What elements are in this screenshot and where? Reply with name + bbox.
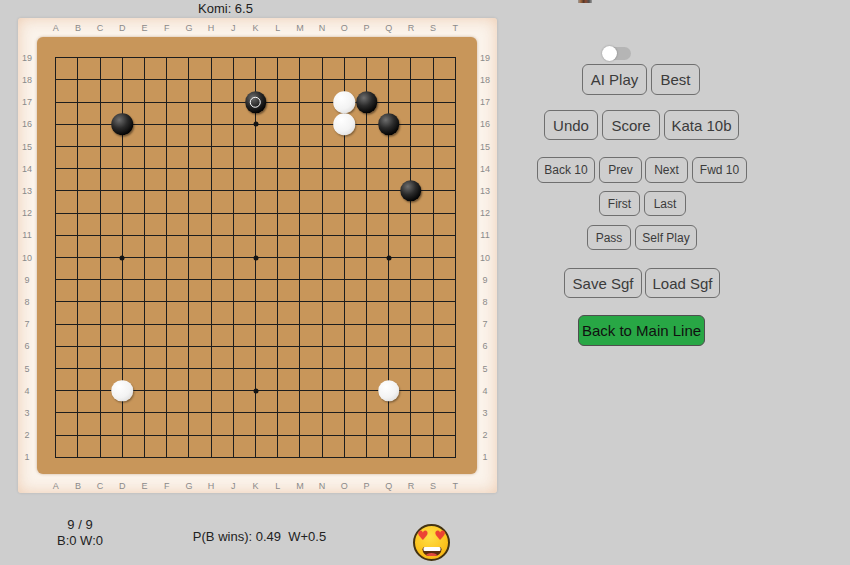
row-label-right: 9: [477, 274, 493, 286]
column-label-top: M: [292, 22, 308, 34]
column-label-bottom: J: [225, 480, 241, 492]
row-label-right: 13: [477, 185, 493, 197]
column-label-bottom: C: [92, 480, 108, 492]
back-10-button[interactable]: Back 10: [537, 157, 595, 183]
column-label-top: F: [159, 22, 175, 34]
column-label-top: H: [203, 22, 219, 34]
heart-eye-right-icon: ♥: [434, 529, 446, 542]
column-label-bottom: K: [248, 480, 264, 492]
star-point: [386, 255, 391, 260]
column-label-bottom: R: [403, 480, 419, 492]
column-label-bottom: G: [181, 480, 197, 492]
clipped-emoji-top: [578, 0, 592, 3]
row-label-left: 15: [19, 141, 35, 153]
prev-button[interactable]: Prev: [599, 157, 642, 183]
black-stone[interactable]: [112, 114, 134, 136]
column-label-top: A: [48, 22, 64, 34]
black-stone[interactable]: [245, 91, 267, 113]
row-label-left: 17: [19, 96, 35, 108]
column-label-top: J: [225, 22, 241, 34]
column-label-bottom: E: [137, 480, 153, 492]
column-label-top: S: [425, 22, 441, 34]
row-label-left: 16: [19, 118, 35, 130]
grid-line-horizontal: [55, 435, 456, 436]
row-label-left: 6: [19, 340, 35, 352]
last-button[interactable]: Last: [644, 191, 686, 216]
grid-line-horizontal: [55, 457, 456, 458]
column-label-bottom: T: [447, 480, 463, 492]
row-label-right: 1: [477, 451, 493, 463]
heart-eyes-emoji: ♥ ♥: [413, 524, 450, 561]
row-label-right: 6: [477, 340, 493, 352]
row-label-left: 3: [19, 407, 35, 419]
komi-label: Komi: 6.5: [148, 1, 303, 16]
row-label-right: 11: [477, 229, 493, 241]
column-label-bottom: O: [336, 480, 352, 492]
column-label-top: R: [403, 22, 419, 34]
grid-line-vertical: [366, 57, 367, 458]
move-counter: 9 / 9: [38, 517, 122, 532]
ai-toggle[interactable]: [603, 47, 631, 60]
emoji-teeth: [423, 547, 440, 551]
go-board[interactable]: AABBCCDDEEFFGGHHJJKKLLMMNNOOPPQQRRSSTT19…: [18, 18, 497, 493]
row-label-right: 17: [477, 96, 493, 108]
column-label-bottom: L: [270, 480, 286, 492]
column-label-bottom: D: [114, 480, 130, 492]
column-label-top: K: [248, 22, 264, 34]
column-label-top: Q: [381, 22, 397, 34]
black-stone[interactable]: [356, 91, 378, 113]
row-label-left: 7: [19, 318, 35, 330]
save-sgf-button[interactable]: Save Sgf: [564, 268, 642, 298]
row-label-left: 18: [19, 74, 35, 86]
row-label-right: 18: [477, 74, 493, 86]
go-app: Komi: 6.5 AABBCCDDEEFFGGHHJJKKLLMMNNOOPP…: [0, 0, 850, 565]
column-label-top: T: [447, 22, 463, 34]
column-label-bottom: P: [359, 480, 375, 492]
grid-line-horizontal: [55, 412, 456, 413]
white-stone[interactable]: [334, 91, 356, 113]
grid-line-vertical: [455, 57, 456, 458]
grid-line-horizontal: [55, 368, 456, 369]
first-button[interactable]: First: [599, 191, 640, 216]
last-move-marker: [250, 97, 261, 108]
star-point: [253, 122, 258, 127]
row-label-left: 4: [19, 385, 35, 397]
row-label-right: 8: [477, 296, 493, 308]
kata-10b-button[interactable]: Kata 10b: [664, 110, 739, 140]
grid-line-vertical: [299, 57, 300, 458]
row-label-right: 19: [477, 52, 493, 64]
white-stone[interactable]: [378, 380, 400, 402]
column-label-top: N: [314, 22, 330, 34]
row-label-left: 2: [19, 429, 35, 441]
heart-eye-left-icon: ♥: [417, 529, 429, 542]
emoji-tongue: [426, 553, 437, 556]
grid-line-vertical: [410, 57, 411, 458]
score-button[interactable]: Score: [602, 110, 660, 140]
column-label-bottom: F: [159, 480, 175, 492]
pass-button[interactable]: Pass: [587, 225, 631, 250]
row-label-right: 5: [477, 363, 493, 375]
undo-button[interactable]: Undo: [544, 110, 598, 140]
row-label-left: 11: [19, 229, 35, 241]
row-label-right: 4: [477, 385, 493, 397]
star-point: [253, 255, 258, 260]
grid-line-vertical: [322, 57, 323, 458]
column-label-top: C: [92, 22, 108, 34]
row-label-left: 1: [19, 451, 35, 463]
grid-line-vertical: [433, 57, 434, 458]
ai-play-button[interactable]: AI Play: [582, 64, 647, 95]
captures-label: B:0 W:0: [38, 533, 122, 548]
row-label-right: 10: [477, 252, 493, 264]
column-label-bottom: B: [70, 480, 86, 492]
row-label-right: 3: [477, 407, 493, 419]
column-label-bottom: Q: [381, 480, 397, 492]
column-label-top: G: [181, 22, 197, 34]
white-stone[interactable]: [112, 380, 134, 402]
row-label-right: 14: [477, 163, 493, 175]
column-label-bottom: H: [203, 480, 219, 492]
row-label-left: 8: [19, 296, 35, 308]
row-label-left: 19: [19, 52, 35, 64]
row-label-right: 12: [477, 207, 493, 219]
column-label-top: O: [336, 22, 352, 34]
toggle-knob: [602, 46, 617, 61]
column-label-top: L: [270, 22, 286, 34]
column-label-top: P: [359, 22, 375, 34]
star-point: [120, 255, 125, 260]
row-label-left: 5: [19, 363, 35, 375]
column-label-bottom: M: [292, 480, 308, 492]
grid-line-vertical: [277, 57, 278, 458]
row-label-left: 13: [19, 185, 35, 197]
next-button[interactable]: Next: [645, 157, 688, 183]
grid-line-horizontal: [55, 279, 456, 280]
grid-line-horizontal: [55, 301, 456, 302]
grid-line-horizontal: [55, 346, 456, 347]
fwd-10-button[interactable]: Fwd 10: [692, 157, 747, 183]
black-stone[interactable]: [400, 180, 422, 202]
row-label-left: 9: [19, 274, 35, 286]
row-label-left: 14: [19, 163, 35, 175]
column-label-bottom: A: [48, 480, 64, 492]
emoji-mouth: [422, 547, 441, 556]
row-label-right: 2: [477, 429, 493, 441]
row-label-right: 7: [477, 318, 493, 330]
win-probability: P(B wins): 0.49 W+0.5: [152, 529, 367, 544]
best-button[interactable]: Best: [651, 64, 700, 95]
column-label-top: D: [114, 22, 130, 34]
self-play-button[interactable]: Self Play: [635, 225, 697, 250]
back-to-main-line-button[interactable]: Back to Main Line: [578, 315, 705, 346]
grid-line-horizontal: [55, 324, 456, 325]
star-point: [253, 388, 258, 393]
white-stone[interactable]: [334, 114, 356, 136]
row-label-right: 16: [477, 118, 493, 130]
row-label-right: 15: [477, 141, 493, 153]
column-label-bottom: N: [314, 480, 330, 492]
column-label-top: B: [70, 22, 86, 34]
load-sgf-button[interactable]: Load Sgf: [645, 268, 720, 298]
black-stone[interactable]: [378, 114, 400, 136]
row-label-left: 12: [19, 207, 35, 219]
row-label-left: 10: [19, 252, 35, 264]
column-label-top: E: [137, 22, 153, 34]
column-label-bottom: S: [425, 480, 441, 492]
